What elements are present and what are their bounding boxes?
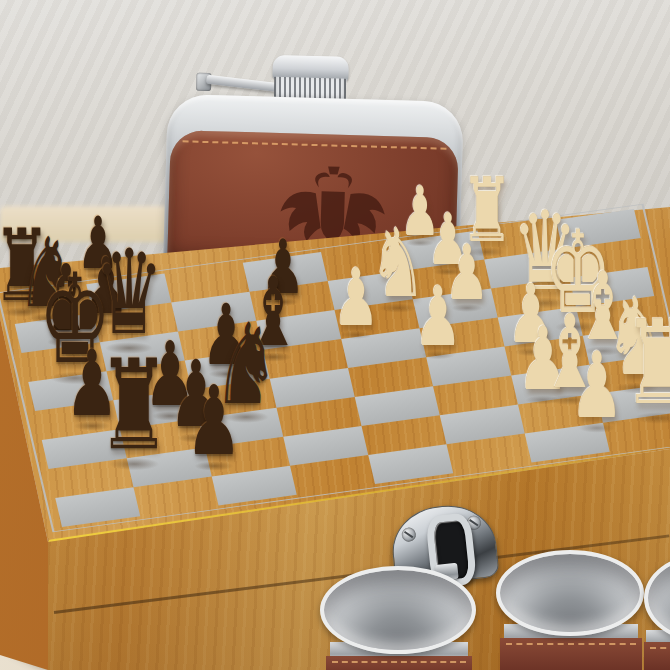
dark-rook-glyph: ♜: [97, 343, 170, 467]
shot-cup-stitching: [506, 643, 636, 645]
shot-cup-rim: [320, 566, 476, 654]
light-pawn-glyph: ♟: [570, 340, 624, 431]
shot-cup-leather-band: [500, 638, 642, 670]
shot-cup: [318, 560, 480, 670]
dark-pawn-glyph: ♟: [186, 373, 243, 469]
light-rook-glyph: ♜: [624, 305, 670, 421]
light-pawn-glyph: ♟: [414, 276, 463, 358]
light-pawn-glyph: ♟: [333, 259, 380, 338]
shot-cup: [494, 546, 648, 670]
shot-cup-leather-band: [644, 642, 670, 670]
shot-cup-leather-band: [326, 656, 472, 670]
photo-scene: ♟♜♟♟♟♛♞♟♜♞♟♚♟♝♛♝♟♟♝♟♚♞♟♝♟♞♜♟♟♟♜♟: [0, 0, 670, 670]
shot-cup: [644, 550, 670, 670]
shot-cup-stitching: [650, 647, 670, 649]
shot-cup-rim: [644, 554, 670, 642]
shot-cup-stitching: [332, 661, 466, 663]
shot-cup-rim: [496, 550, 644, 636]
